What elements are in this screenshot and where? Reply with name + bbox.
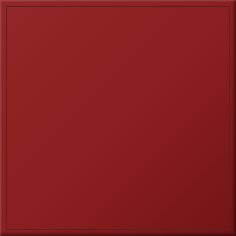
chess-board bbox=[0, 0, 236, 236]
chess-board-grid bbox=[7, 7, 229, 229]
